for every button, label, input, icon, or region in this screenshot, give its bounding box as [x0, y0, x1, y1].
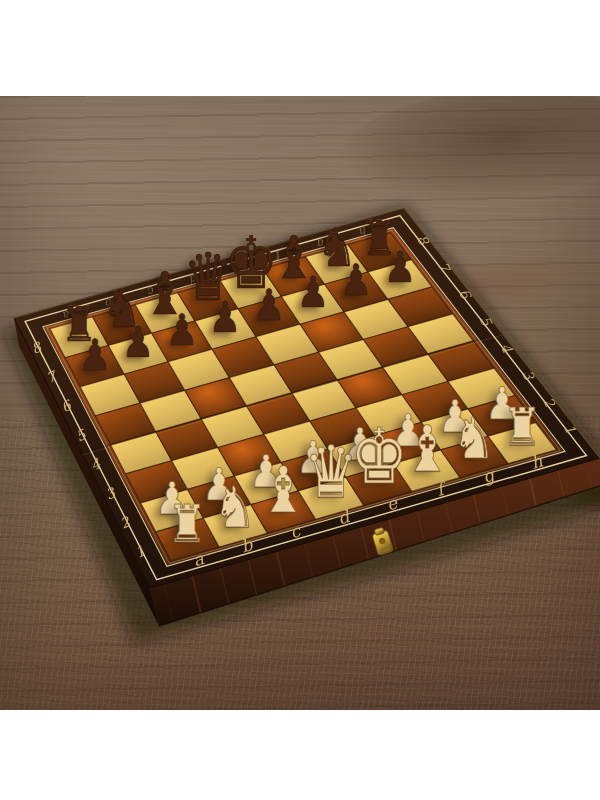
chess-set-svg: aabbccddeeffgghh8877665544332211: [0, 0, 600, 800]
screenshot: aabbccddeeffgghh8877665544332211 ♜♞♝♛♚♝♞…: [0, 0, 600, 800]
